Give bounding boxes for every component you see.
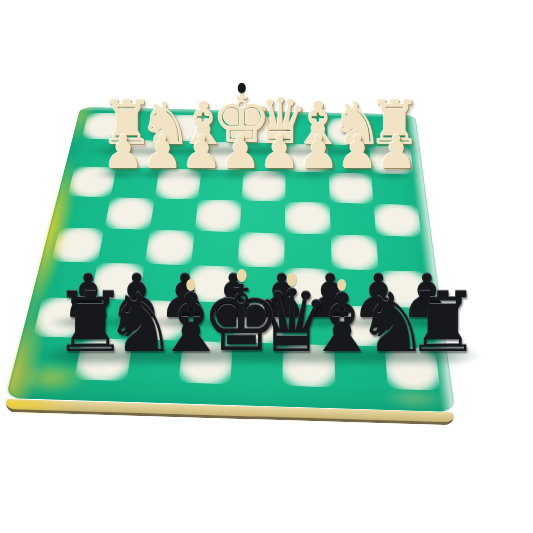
d8-finial-dot	[287, 273, 296, 286]
pieces-layer: ♜♞♝♛♚♝♞♜♟♟♟♟♟♟♟♟♟♟♟♟♟♟♟♟♜♞♝♛♚♝♞♜	[0, 0, 533, 533]
white-pawn-c2[interactable]: ♟	[298, 129, 339, 175]
white-pawn-f2[interactable]: ♟	[181, 129, 222, 175]
piece-shadow	[35, 343, 130, 368]
c8-finial-dot	[338, 279, 347, 291]
e8-finial-dot	[236, 269, 246, 282]
white-pawn-a2[interactable]: ♟	[376, 129, 417, 175]
black-rook-h8[interactable]: ♜	[53, 281, 127, 364]
white-pawn-d2[interactable]: ♟	[259, 129, 300, 175]
photo-canvas: ♜♞♝♛♚♝♞♜♟♟♟♟♟♟♟♟♟♟♟♟♟♟♟♟♜♞♝♛♚♝♞♜	[0, 0, 533, 533]
white-pawn-b2[interactable]: ♟	[337, 129, 378, 175]
f8-finial-dot	[186, 279, 195, 291]
white-pawn-g2[interactable]: ♟	[142, 129, 183, 175]
e1-finial-dot	[238, 83, 245, 93]
white-pawn-e2[interactable]: ♟	[220, 129, 261, 175]
piece-shadow	[93, 170, 146, 179]
white-pawn-h2[interactable]: ♟	[103, 129, 144, 175]
